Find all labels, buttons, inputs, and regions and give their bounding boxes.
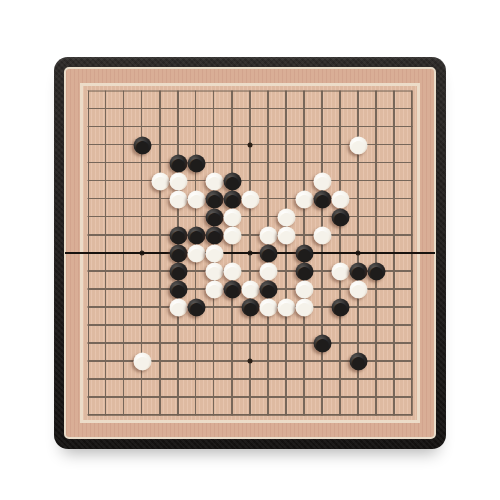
- black-stone[interactable]: ●: [170, 227, 188, 245]
- black-stone[interactable]: ●: [314, 191, 332, 209]
- white-stone[interactable]: ●: [170, 299, 188, 317]
- white-stone[interactable]: ●: [260, 227, 278, 245]
- black-stone[interactable]: ●: [332, 209, 350, 227]
- white-stone[interactable]: ●: [242, 281, 260, 299]
- white-stone[interactable]: ●: [332, 191, 350, 209]
- white-stone[interactable]: ●: [350, 281, 368, 299]
- black-stone[interactable]: ●: [296, 263, 314, 281]
- black-stone[interactable]: ●: [224, 173, 242, 191]
- black-stone[interactable]: ●: [332, 299, 350, 317]
- black-stone[interactable]: ●: [206, 227, 224, 245]
- black-stone[interactable]: ●: [350, 263, 368, 281]
- black-stone[interactable]: ●: [170, 155, 188, 173]
- white-stone[interactable]: ●: [152, 173, 170, 191]
- white-stone[interactable]: ●: [314, 227, 332, 245]
- white-stone[interactable]: ●: [242, 191, 260, 209]
- white-stone[interactable]: ●: [188, 245, 206, 263]
- black-stone[interactable]: ●: [170, 281, 188, 299]
- white-stone[interactable]: ●: [278, 299, 296, 317]
- go-board-frame: ●●●●●●●●●●●●●●●●●●●●●●●●●●●●●●●●●●●●●●●●…: [54, 57, 446, 449]
- black-stone[interactable]: ●: [350, 353, 368, 371]
- black-stone[interactable]: ●: [224, 191, 242, 209]
- white-stone[interactable]: ●: [206, 281, 224, 299]
- black-stone[interactable]: ●: [368, 263, 386, 281]
- white-stone[interactable]: ●: [134, 353, 152, 371]
- white-stone[interactable]: ●: [260, 299, 278, 317]
- white-stone[interactable]: ●: [314, 173, 332, 191]
- white-stone[interactable]: ●: [350, 137, 368, 155]
- white-stone[interactable]: ●: [224, 209, 242, 227]
- photo-background: ●●●●●●●●●●●●●●●●●●●●●●●●●●●●●●●●●●●●●●●●…: [0, 0, 500, 500]
- black-stone[interactable]: ●: [134, 137, 152, 155]
- white-stone[interactable]: ●: [188, 191, 206, 209]
- black-stone[interactable]: ●: [170, 245, 188, 263]
- black-stone[interactable]: ●: [260, 281, 278, 299]
- black-stone[interactable]: ●: [188, 155, 206, 173]
- black-stone[interactable]: ●: [170, 263, 188, 281]
- black-stone[interactable]: ●: [224, 281, 242, 299]
- white-stone[interactable]: ●: [332, 263, 350, 281]
- white-stone[interactable]: ●: [278, 227, 296, 245]
- black-stone[interactable]: ●: [314, 335, 332, 353]
- white-stone[interactable]: ●: [170, 173, 188, 191]
- black-stone[interactable]: ●: [188, 299, 206, 317]
- white-stone[interactable]: ●: [296, 281, 314, 299]
- black-stone[interactable]: ●: [206, 191, 224, 209]
- white-stone[interactable]: ●: [296, 191, 314, 209]
- black-stone[interactable]: ●: [242, 299, 260, 317]
- white-stone[interactable]: ●: [278, 209, 296, 227]
- black-stone[interactable]: ●: [188, 227, 206, 245]
- white-stone[interactable]: ●: [206, 173, 224, 191]
- white-stone[interactable]: ●: [296, 299, 314, 317]
- white-stone[interactable]: ●: [206, 263, 224, 281]
- black-stone[interactable]: ●: [206, 209, 224, 227]
- white-stone[interactable]: ●: [224, 227, 242, 245]
- black-stone[interactable]: ●: [260, 245, 278, 263]
- white-stone[interactable]: ●: [260, 263, 278, 281]
- stones-layer: ●●●●●●●●●●●●●●●●●●●●●●●●●●●●●●●●●●●●●●●●…: [88, 91, 413, 416]
- black-stone[interactable]: ●: [296, 245, 314, 263]
- white-stone[interactable]: ●: [224, 263, 242, 281]
- white-stone[interactable]: ●: [206, 245, 224, 263]
- white-stone[interactable]: ●: [170, 191, 188, 209]
